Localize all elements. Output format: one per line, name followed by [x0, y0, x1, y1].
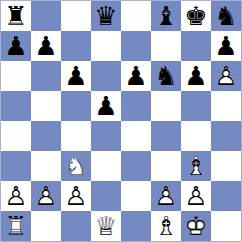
black-piece-body: ♜︎	[1, 1, 31, 31]
white-piece-outline: ♙︎	[211, 61, 241, 91]
square-d8[interactable]: ♛︎	[91, 1, 121, 31]
white-piece-outline: ♗︎	[151, 211, 181, 241]
square-b2[interactable]: ♟︎♙︎	[31, 181, 61, 211]
square-a7[interactable]: ♟︎	[1, 31, 31, 61]
square-b4[interactable]	[31, 121, 61, 151]
black-pawn[interactable]: ♟︎	[121, 61, 151, 91]
black-piece-body: ♛︎	[91, 1, 121, 31]
square-a5[interactable]	[1, 91, 31, 121]
square-e1[interactable]	[121, 211, 151, 241]
white-piece-outline: ♙︎	[31, 181, 61, 211]
square-c3[interactable]: ♞︎♘︎	[61, 151, 91, 181]
square-d7[interactable]	[91, 31, 121, 61]
square-e3[interactable]	[121, 151, 151, 181]
square-g1[interactable]: ♚︎♔︎	[181, 211, 211, 241]
square-c6[interactable]: ♟︎	[61, 61, 91, 91]
square-b5[interactable]	[31, 91, 61, 121]
square-g8[interactable]: ♚︎	[181, 1, 211, 31]
square-a4[interactable]	[1, 121, 31, 151]
square-d6[interactable]	[91, 61, 121, 91]
square-c1[interactable]	[61, 211, 91, 241]
white-piece-outline: ♕︎	[91, 211, 121, 241]
black-king[interactable]: ♚︎	[181, 1, 211, 31]
square-b3[interactable]	[31, 151, 61, 181]
white-bishop[interactable]: ♝︎♗︎	[151, 211, 181, 241]
square-a3[interactable]	[1, 151, 31, 181]
square-c8[interactable]	[61, 1, 91, 31]
square-e6[interactable]: ♟︎	[121, 61, 151, 91]
black-piece-body: ♟︎	[1, 31, 31, 61]
black-knight[interactable]: ♞︎	[151, 61, 181, 91]
black-piece-body: ♝︎	[151, 1, 181, 31]
black-piece-body: ♟︎	[91, 91, 121, 121]
black-pawn[interactable]: ♟︎	[91, 91, 121, 121]
white-piece-outline: ♘︎	[61, 151, 91, 181]
square-a1[interactable]: ♜︎♖︎	[1, 211, 31, 241]
chess-board-container: ♜︎♛︎♝︎♚︎♞︎♟︎♟︎♟︎♟︎♟︎♞︎♟︎♟︎♙︎♟︎♞︎♘︎♝︎♗︎♟︎…	[0, 0, 242, 242]
black-piece-body: ♞︎	[211, 1, 241, 31]
square-g2[interactable]: ♟︎♙︎	[181, 181, 211, 211]
white-pawn[interactable]: ♟︎♙︎	[151, 181, 181, 211]
square-e5[interactable]	[121, 91, 151, 121]
white-bishop[interactable]: ♝︎♗︎	[181, 151, 211, 181]
square-a2[interactable]: ♟︎♙︎	[1, 181, 31, 211]
square-g5[interactable]	[181, 91, 211, 121]
square-e7[interactable]	[121, 31, 151, 61]
white-piece-outline: ♙︎	[181, 181, 211, 211]
white-knight[interactable]: ♞︎♘︎	[61, 151, 91, 181]
square-b8[interactable]	[31, 1, 61, 31]
white-pawn[interactable]: ♟︎♙︎	[31, 181, 61, 211]
black-piece-body: ♟︎	[61, 61, 91, 91]
square-h6[interactable]: ♟︎♙︎	[211, 61, 241, 91]
square-h4[interactable]	[211, 121, 241, 151]
chess-board: ♜︎♛︎♝︎♚︎♞︎♟︎♟︎♟︎♟︎♟︎♞︎♟︎♟︎♙︎♟︎♞︎♘︎♝︎♗︎♟︎…	[0, 0, 242, 242]
square-f3[interactable]	[151, 151, 181, 181]
black-pawn[interactable]: ♟︎	[211, 31, 241, 61]
square-d5[interactable]: ♟︎	[91, 91, 121, 121]
square-c4[interactable]	[61, 121, 91, 151]
black-pawn[interactable]: ♟︎	[181, 61, 211, 91]
black-piece-body: ♟︎	[181, 61, 211, 91]
square-h8[interactable]: ♞︎	[211, 1, 241, 31]
white-king[interactable]: ♚︎♔︎	[181, 211, 211, 241]
black-piece-body: ♟︎	[121, 61, 151, 91]
square-h7[interactable]: ♟︎	[211, 31, 241, 61]
square-d3[interactable]	[91, 151, 121, 181]
square-e8[interactable]	[121, 1, 151, 31]
black-piece-body: ♟︎	[31, 31, 61, 61]
square-b7[interactable]: ♟︎	[31, 31, 61, 61]
square-a8[interactable]: ♜︎	[1, 1, 31, 31]
square-a6[interactable]	[1, 61, 31, 91]
square-h5[interactable]	[211, 91, 241, 121]
square-f1[interactable]: ♝︎♗︎	[151, 211, 181, 241]
square-b1[interactable]	[31, 211, 61, 241]
square-f2[interactable]: ♟︎♙︎	[151, 181, 181, 211]
black-bishop[interactable]: ♝︎	[151, 1, 181, 31]
square-f4[interactable]	[151, 121, 181, 151]
square-f5[interactable]	[151, 91, 181, 121]
square-g4[interactable]	[181, 121, 211, 151]
square-g3[interactable]: ♝︎♗︎	[181, 151, 211, 181]
square-e2[interactable]	[121, 181, 151, 211]
square-d4[interactable]	[91, 121, 121, 151]
square-c2[interactable]: ♟︎♙︎	[61, 181, 91, 211]
square-b6[interactable]	[31, 61, 61, 91]
black-pawn[interactable]: ♟︎	[31, 31, 61, 61]
square-h1[interactable]	[211, 211, 241, 241]
square-d1[interactable]: ♛︎♕︎	[91, 211, 121, 241]
white-queen[interactable]: ♛︎♕︎	[91, 211, 121, 241]
square-f6[interactable]: ♞︎	[151, 61, 181, 91]
white-piece-outline: ♖︎	[1, 211, 31, 241]
white-piece-outline: ♙︎	[61, 181, 91, 211]
square-g7[interactable]	[181, 31, 211, 61]
square-h3[interactable]	[211, 151, 241, 181]
white-pawn[interactable]: ♟︎♙︎	[211, 61, 241, 91]
square-d2[interactable]	[91, 181, 121, 211]
white-pawn[interactable]: ♟︎♙︎	[61, 181, 91, 211]
black-rook[interactable]: ♜︎	[1, 1, 31, 31]
white-piece-outline: ♔︎	[181, 211, 211, 241]
black-pawn[interactable]: ♟︎	[61, 61, 91, 91]
white-piece-outline: ♙︎	[1, 181, 31, 211]
square-c7[interactable]	[61, 31, 91, 61]
square-g6[interactable]: ♟︎	[181, 61, 211, 91]
black-queen[interactable]: ♛︎	[91, 1, 121, 31]
white-piece-outline: ♗︎	[181, 151, 211, 181]
white-pawn[interactable]: ♟︎♙︎	[181, 181, 211, 211]
square-f7[interactable]	[151, 31, 181, 61]
square-h2[interactable]	[211, 181, 241, 211]
square-f8[interactable]: ♝︎	[151, 1, 181, 31]
black-pawn[interactable]: ♟︎	[1, 31, 31, 61]
black-knight[interactable]: ♞︎	[211, 1, 241, 31]
square-e4[interactable]	[121, 121, 151, 151]
black-piece-body: ♚︎	[181, 1, 211, 31]
white-pawn[interactable]: ♟︎♙︎	[1, 181, 31, 211]
square-c5[interactable]	[61, 91, 91, 121]
black-piece-body: ♞︎	[151, 61, 181, 91]
black-piece-body: ♟︎	[211, 31, 241, 61]
white-piece-outline: ♙︎	[151, 181, 181, 211]
white-rook[interactable]: ♜︎♖︎	[1, 211, 31, 241]
